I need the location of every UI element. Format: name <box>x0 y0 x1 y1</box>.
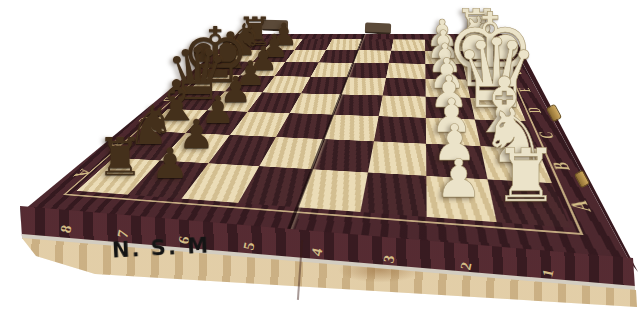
hinge-icon <box>365 23 391 35</box>
square-b3[interactable] <box>368 141 426 175</box>
square-f4[interactable] <box>348 63 389 78</box>
chess-set-photo: HHGGFFEEDDCCBBAA 87654321 N. S. M ♜♞♝♛♚♝… <box>0 0 640 309</box>
square-e3[interactable] <box>383 78 426 96</box>
piece-black-pawn-a7[interactable]: ♟ <box>151 143 189 185</box>
square-f3[interactable] <box>386 63 426 79</box>
brand-text: N. S. M <box>111 233 210 262</box>
piece-black-rook-a8[interactable]: ♜ <box>97 131 144 183</box>
piece-white-pawn-a2[interactable]: ♟ <box>435 152 483 205</box>
square-g4[interactable] <box>353 50 391 63</box>
piece-white-rook-a1[interactable]: ♜ <box>493 139 558 212</box>
square-g3[interactable] <box>389 51 426 64</box>
square-a3[interactable] <box>360 172 426 216</box>
rank-label-8: 8 <box>55 218 76 239</box>
square-c3[interactable] <box>374 116 426 143</box>
square-e4[interactable] <box>341 77 386 95</box>
square-h3[interactable] <box>391 39 425 50</box>
square-d4[interactable] <box>333 94 382 116</box>
square-h4[interactable] <box>358 39 393 50</box>
square-d3[interactable] <box>379 95 426 117</box>
